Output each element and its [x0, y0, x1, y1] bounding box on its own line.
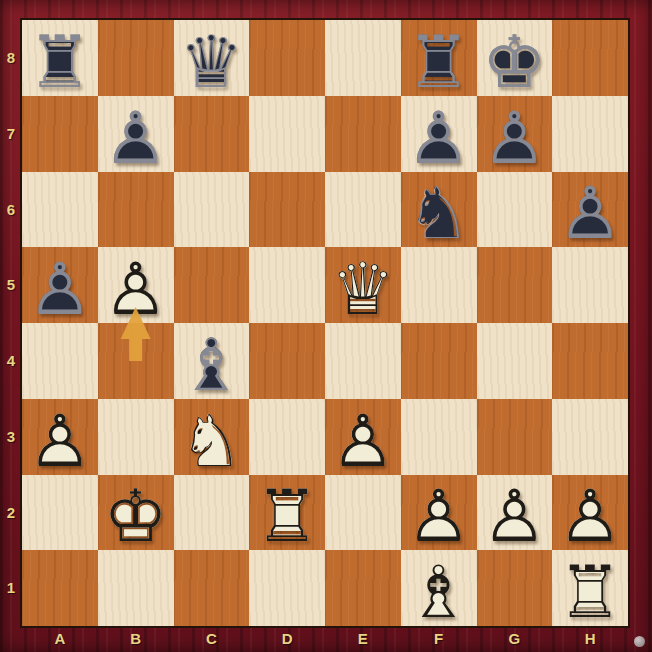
square-e7[interactable] — [325, 96, 401, 172]
piece-white-king: ♚♔ — [98, 475, 174, 551]
rank-label-1: 1 — [0, 550, 22, 626]
square-c6[interactable] — [174, 172, 250, 248]
square-c1[interactable] — [174, 550, 250, 626]
file-label-e: E — [325, 627, 401, 652]
rank-label-4: 4 — [0, 323, 22, 399]
square-g1[interactable] — [477, 550, 553, 626]
square-e1[interactable] — [325, 550, 401, 626]
piece-black-pawn: ♟♙ — [401, 96, 477, 172]
piece-black-queen: ♛♕ — [174, 20, 250, 96]
piece-white-pawn: ♟♙ — [325, 399, 401, 475]
square-h6[interactable]: ♟♙ — [552, 172, 628, 248]
square-c5[interactable] — [174, 247, 250, 323]
square-b3[interactable] — [98, 399, 174, 475]
square-a3[interactable]: ♟♙ — [22, 399, 98, 475]
square-b4[interactable] — [98, 323, 174, 399]
square-f5[interactable] — [401, 247, 477, 323]
square-g3[interactable] — [477, 399, 553, 475]
square-d6[interactable] — [249, 172, 325, 248]
file-label-b: B — [98, 627, 174, 652]
square-e2[interactable] — [325, 475, 401, 551]
piece-white-rook: ♜♖ — [249, 475, 325, 551]
square-d4[interactable] — [249, 323, 325, 399]
square-h1[interactable]: ♜♖ — [552, 550, 628, 626]
square-d7[interactable] — [249, 96, 325, 172]
piece-white-pawn: ♟♙ — [98, 247, 174, 323]
square-c2[interactable] — [174, 475, 250, 551]
square-f4[interactable] — [401, 323, 477, 399]
piece-black-rook: ♜♖ — [401, 20, 477, 96]
square-e8[interactable] — [325, 20, 401, 96]
square-h5[interactable] — [552, 247, 628, 323]
file-label-c: C — [174, 627, 250, 652]
square-g2[interactable]: ♟♙ — [477, 475, 553, 551]
piece-white-bishop: ♝♗ — [401, 550, 477, 626]
square-b5[interactable]: ♟♙ — [98, 247, 174, 323]
piece-black-knight: ♞♘ — [401, 172, 477, 248]
square-e3[interactable]: ♟♙ — [325, 399, 401, 475]
square-c4[interactable]: ♝♗ — [174, 323, 250, 399]
square-e6[interactable] — [325, 172, 401, 248]
rank-label-8: 8 — [0, 20, 22, 96]
square-f7[interactable]: ♟♙ — [401, 96, 477, 172]
square-g6[interactable] — [477, 172, 553, 248]
square-d1[interactable] — [249, 550, 325, 626]
square-a8[interactable]: ♜♖ — [22, 20, 98, 96]
piece-black-pawn: ♟♙ — [477, 96, 553, 172]
piece-white-queen: ♛♕ — [325, 247, 401, 323]
file-label-g: G — [477, 627, 553, 652]
square-b7[interactable]: ♟♙ — [98, 96, 174, 172]
square-g7[interactable]: ♟♙ — [477, 96, 553, 172]
square-b6[interactable] — [98, 172, 174, 248]
square-h3[interactable] — [552, 399, 628, 475]
chess-diagram: ♜♖♛♕♜♖♚♔♟♙♟♙♟♙♞♘♟♙♟♙♟♙♛♕♝♗♟♙♞♘♟♙♚♔♜♖♟♙♟♙… — [0, 0, 652, 652]
square-h7[interactable] — [552, 96, 628, 172]
piece-white-pawn: ♟♙ — [401, 475, 477, 551]
square-g4[interactable] — [477, 323, 553, 399]
piece-white-rook: ♜♖ — [552, 550, 628, 626]
square-d5[interactable] — [249, 247, 325, 323]
square-e4[interactable] — [325, 323, 401, 399]
piece-white-pawn: ♟♙ — [477, 475, 553, 551]
piece-white-pawn: ♟♙ — [22, 399, 98, 475]
square-a2[interactable] — [22, 475, 98, 551]
rank-label-3: 3 — [0, 399, 22, 475]
square-f6[interactable]: ♞♘ — [401, 172, 477, 248]
file-label-a: A — [22, 627, 98, 652]
square-f3[interactable] — [401, 399, 477, 475]
square-h8[interactable] — [552, 20, 628, 96]
piece-black-rook: ♜♖ — [22, 20, 98, 96]
chess-board: ♜♖♛♕♜♖♚♔♟♙♟♙♟♙♞♘♟♙♟♙♟♙♛♕♝♗♟♙♞♘♟♙♚♔♜♖♟♙♟♙… — [22, 20, 628, 626]
piece-black-king: ♚♔ — [477, 20, 553, 96]
square-d2[interactable]: ♜♖ — [249, 475, 325, 551]
square-f1[interactable]: ♝♗ — [401, 550, 477, 626]
square-d3[interactable] — [249, 399, 325, 475]
corner-dot-icon — [634, 636, 645, 647]
square-e5[interactable]: ♛♕ — [325, 247, 401, 323]
square-c8[interactable]: ♛♕ — [174, 20, 250, 96]
rank-label-7: 7 — [0, 96, 22, 172]
piece-white-knight: ♞♘ — [174, 399, 250, 475]
piece-black-pawn: ♟♙ — [22, 247, 98, 323]
square-a1[interactable] — [22, 550, 98, 626]
square-c7[interactable] — [174, 96, 250, 172]
square-d8[interactable] — [249, 20, 325, 96]
square-a6[interactable] — [22, 172, 98, 248]
square-a4[interactable] — [22, 323, 98, 399]
square-a7[interactable] — [22, 96, 98, 172]
square-b1[interactable] — [98, 550, 174, 626]
square-g8[interactable]: ♚♔ — [477, 20, 553, 96]
rank-label-5: 5 — [0, 247, 22, 323]
rank-label-6: 6 — [0, 172, 22, 248]
square-b2[interactable]: ♚♔ — [98, 475, 174, 551]
square-b8[interactable] — [98, 20, 174, 96]
square-h2[interactable]: ♟♙ — [552, 475, 628, 551]
file-label-d: D — [249, 627, 325, 652]
piece-black-pawn: ♟♙ — [98, 96, 174, 172]
piece-white-pawn: ♟♙ — [552, 475, 628, 551]
square-h4[interactable] — [552, 323, 628, 399]
square-a5[interactable]: ♟♙ — [22, 247, 98, 323]
square-f2[interactable]: ♟♙ — [401, 475, 477, 551]
square-f8[interactable]: ♜♖ — [401, 20, 477, 96]
rank-label-2: 2 — [0, 475, 22, 551]
square-g5[interactable] — [477, 247, 553, 323]
piece-black-bishop: ♝♗ — [174, 323, 250, 399]
piece-black-pawn: ♟♙ — [552, 172, 628, 248]
square-c3[interactable]: ♞♘ — [174, 399, 250, 475]
